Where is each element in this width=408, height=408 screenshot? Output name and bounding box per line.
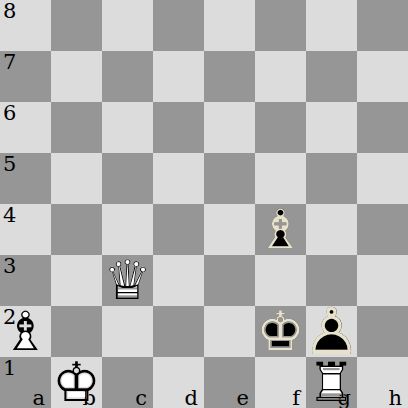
square-e5[interactable] [204,153,255,204]
file-label-a: a [32,388,45,408]
file-label-f: f [292,388,300,408]
square-c4[interactable] [102,204,153,255]
square-e6[interactable] [204,102,255,153]
square-b8[interactable] [51,0,102,51]
square-a4[interactable]: 4 [0,204,51,255]
white-rook-outline: ♖ [306,357,357,408]
square-d7[interactable] [153,51,204,102]
file-label-d: d [185,388,198,408]
square-f2[interactable]: ♚♔ [255,306,306,357]
square-e2[interactable] [204,306,255,357]
rank-label-4: 4 [3,205,16,226]
square-e3[interactable] [204,255,255,306]
square-c6[interactable] [102,102,153,153]
square-b5[interactable] [51,153,102,204]
square-f7[interactable] [255,51,306,102]
square-c7[interactable] [102,51,153,102]
square-g4[interactable] [306,204,357,255]
square-g8[interactable] [306,0,357,51]
square-h6[interactable] [357,102,408,153]
black-king-outline: ♔ [255,306,306,357]
square-a3[interactable]: 3 [0,255,51,306]
white-rook-g1[interactable]: ♜♖ [306,357,357,408]
board-grid: 87654♝♗3♛♕2♝♗♚♔♟♙1ab♚♔cdefg♜♖h [0,0,408,408]
white-king-outline: ♔ [51,357,102,408]
square-c5[interactable] [102,153,153,204]
square-h2[interactable] [357,306,408,357]
square-h7[interactable] [357,51,408,102]
rank-label-3: 3 [3,256,16,277]
square-g1[interactable]: g♜♖ [306,357,357,408]
square-a2[interactable]: 2♝♗ [0,306,51,357]
square-b4[interactable] [51,204,102,255]
square-d6[interactable] [153,102,204,153]
square-b3[interactable] [51,255,102,306]
square-h5[interactable] [357,153,408,204]
square-d8[interactable] [153,0,204,51]
square-h4[interactable] [357,204,408,255]
square-d1[interactable]: d [153,357,204,408]
square-d5[interactable] [153,153,204,204]
white-queen-c3[interactable]: ♛♕ [102,255,153,306]
square-e7[interactable] [204,51,255,102]
square-h1[interactable]: h [357,357,408,408]
square-g7[interactable] [306,51,357,102]
black-king-f2[interactable]: ♚♔ [255,306,306,357]
square-a7[interactable]: 7 [0,51,51,102]
square-d4[interactable] [153,204,204,255]
rank-label-7: 7 [3,52,16,73]
square-d3[interactable] [153,255,204,306]
square-b7[interactable] [51,51,102,102]
black-bishop-f4[interactable]: ♝♗ [255,204,306,255]
file-label-c: c [135,388,147,408]
white-queen-outline: ♕ [102,255,153,306]
square-e8[interactable] [204,0,255,51]
square-c1[interactable]: c [102,357,153,408]
black-pawn-g2[interactable]: ♟♙ [306,306,357,357]
file-label-e: e [237,388,249,408]
square-g6[interactable] [306,102,357,153]
square-d2[interactable] [153,306,204,357]
square-f3[interactable] [255,255,306,306]
rank-label-5: 5 [3,154,16,175]
rank-label-6: 6 [3,103,16,124]
square-e4[interactable] [204,204,255,255]
white-king-b1[interactable]: ♚♔ [51,357,102,408]
white-bishop-a2[interactable]: ♝♗ [0,306,51,357]
square-b6[interactable] [51,102,102,153]
square-a5[interactable]: 5 [0,153,51,204]
black-pawn-outline: ♙ [306,306,357,357]
square-h8[interactable] [357,0,408,51]
black-bishop-outline: ♗ [255,204,306,255]
square-f4[interactable]: ♝♗ [255,204,306,255]
square-g5[interactable] [306,153,357,204]
square-c8[interactable] [102,0,153,51]
square-f6[interactable] [255,102,306,153]
file-label-h: h [388,388,402,408]
square-a6[interactable]: 6 [0,102,51,153]
square-e1[interactable]: e [204,357,255,408]
square-c2[interactable] [102,306,153,357]
square-c3[interactable]: ♛♕ [102,255,153,306]
square-f1[interactable]: f [255,357,306,408]
rank-label-8: 8 [3,1,16,22]
square-a1[interactable]: 1a [0,357,51,408]
square-b1[interactable]: b♚♔ [51,357,102,408]
square-h3[interactable] [357,255,408,306]
square-b2[interactable] [51,306,102,357]
white-bishop-outline: ♗ [0,306,51,357]
square-f8[interactable] [255,0,306,51]
square-g2[interactable]: ♟♙ [306,306,357,357]
square-a8[interactable]: 8 [0,0,51,51]
chess-board: 87654♝♗3♛♕2♝♗♚♔♟♙1ab♚♔cdefg♜♖h [0,0,408,408]
square-f5[interactable] [255,153,306,204]
